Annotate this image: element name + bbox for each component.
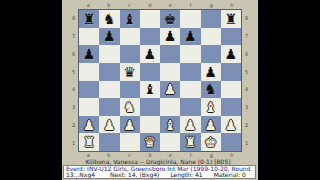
square-c8[interactable]: ♝ <box>120 10 140 28</box>
white-queen-piece: ♛ <box>144 135 157 149</box>
rank-label-3: 3 <box>242 98 251 116</box>
file-label-a: a <box>78 2 99 9</box>
rank-label-6: 6 <box>69 45 78 63</box>
square-e1[interactable] <box>160 133 180 151</box>
square-c5[interactable]: ♛ <box>120 63 140 81</box>
square-b3[interactable] <box>99 98 119 116</box>
square-d7[interactable] <box>140 28 160 46</box>
square-g2[interactable]: ♟ <box>201 116 221 134</box>
chess-board: ♜♞♝♚♜♟♟♟♟♟♟♛♟♝♟♞♞♝♟♟♟♝♟♟♟♜♛♜♚ <box>78 9 242 152</box>
square-a7[interactable] <box>79 28 99 46</box>
square-h4[interactable] <box>221 81 241 99</box>
white-pawn-piece: ♟ <box>225 118 238 132</box>
square-g1[interactable]: ♚ <box>201 133 221 151</box>
square-b7[interactable]: ♟ <box>99 28 119 46</box>
square-e8[interactable]: ♚ <box>160 10 180 28</box>
black-rook-piece: ♜ <box>225 12 238 26</box>
white-king-piece: ♚ <box>204 135 217 149</box>
square-e2[interactable]: ♝ <box>160 116 180 134</box>
square-c6[interactable] <box>120 45 140 63</box>
black-knight-piece: ♞ <box>204 82 217 96</box>
square-f7[interactable]: ♟ <box>180 28 200 46</box>
file-label-d: d <box>140 2 161 9</box>
file-label-h: h <box>222 2 243 9</box>
square-a2[interactable]: ♟ <box>79 116 99 134</box>
file-label-b: b <box>99 2 120 9</box>
square-g5[interactable]: ♟ <box>201 63 221 81</box>
square-h2[interactable]: ♟ <box>221 116 241 134</box>
square-e7[interactable]: ♟ <box>160 28 180 46</box>
black-king-piece: ♚ <box>164 12 177 26</box>
square-c7[interactable] <box>120 28 140 46</box>
square-g7[interactable] <box>201 28 221 46</box>
square-f8[interactable] <box>180 10 200 28</box>
game-info-box: Event: INV-U12 Girls, Greensboro Int Mar… <box>63 165 256 179</box>
rank-label-2: 2 <box>69 116 78 134</box>
square-c2[interactable]: ♟ <box>120 116 140 134</box>
square-a1[interactable]: ♜ <box>79 133 99 151</box>
rank-labels-right: 87654321 <box>242 9 251 152</box>
square-d4[interactable]: ♝ <box>140 81 160 99</box>
square-b6[interactable] <box>99 45 119 63</box>
black-pawn-piece: ♟ <box>164 29 177 43</box>
square-b8[interactable]: ♞ <box>99 10 119 28</box>
square-h6[interactable]: ♟ <box>221 45 241 63</box>
square-d5[interactable] <box>140 63 160 81</box>
rank-label-1: 1 <box>69 134 78 152</box>
black-bishop-piece: ♝ <box>144 82 157 96</box>
white-pawn-piece: ♟ <box>103 118 116 132</box>
square-d3[interactable] <box>140 98 160 116</box>
rank-label-3: 3 <box>69 98 78 116</box>
rank-label-5: 5 <box>69 63 78 81</box>
square-e5[interactable] <box>160 63 180 81</box>
chess-gui-panel: abcdefgh 87654321 ♜♞♝♚♜♟♟♟♟♟♟♛♟♝♟♞♞♝♟♟♟♝… <box>62 0 258 180</box>
square-a6[interactable]: ♟ <box>79 45 99 63</box>
square-e3[interactable] <box>160 98 180 116</box>
square-g3[interactable]: ♝ <box>201 98 221 116</box>
rank-label-7: 7 <box>69 27 78 45</box>
square-f5[interactable] <box>180 63 200 81</box>
square-b1[interactable] <box>99 133 119 151</box>
black-pawn-piece: ♟ <box>225 47 238 61</box>
square-a4[interactable] <box>79 81 99 99</box>
white-knight-piece: ♞ <box>123 100 136 114</box>
rank-label-7: 7 <box>242 27 251 45</box>
square-d2[interactable] <box>140 116 160 134</box>
black-bishop-piece: ♝ <box>123 12 136 26</box>
square-c3[interactable]: ♞ <box>120 98 140 116</box>
black-pawn-piece: ♟ <box>144 47 157 61</box>
square-f4[interactable] <box>180 81 200 99</box>
current-move-label: 13...Nxg4 <box>66 172 95 178</box>
game-length-label: Length: 41 <box>170 172 202 178</box>
white-pawn-piece: ♟ <box>123 118 136 132</box>
rank-label-4: 4 <box>69 81 78 99</box>
black-pawn-piece: ♟ <box>83 47 96 61</box>
black-queen-piece: ♛ <box>123 65 136 79</box>
square-f3[interactable] <box>180 98 200 116</box>
white-bishop-piece: ♝ <box>204 100 217 114</box>
rank-labels-left: 87654321 <box>69 9 78 152</box>
square-h5[interactable] <box>221 63 241 81</box>
white-pawn-piece: ♟ <box>204 118 217 132</box>
move-line: 13...Nxg4 Next: 14. (Bxg4) Length: 41 Ma… <box>66 172 253 178</box>
square-e6[interactable] <box>160 45 180 63</box>
square-h8[interactable]: ♜ <box>221 10 241 28</box>
white-pawn-piece: ♟ <box>83 118 96 132</box>
square-d6[interactable]: ♟ <box>140 45 160 63</box>
rank-label-8: 8 <box>242 9 251 27</box>
square-c1[interactable] <box>120 133 140 151</box>
white-rook-piece: ♜ <box>184 135 197 149</box>
square-g8[interactable] <box>201 10 221 28</box>
square-b2[interactable]: ♟ <box>99 116 119 134</box>
square-g6[interactable] <box>201 45 221 63</box>
square-b4[interactable] <box>99 81 119 99</box>
rank-label-5: 5 <box>242 63 251 81</box>
black-pawn-piece: ♟ <box>184 29 197 43</box>
white-pawn-piece: ♟ <box>164 82 177 96</box>
square-f1[interactable]: ♜ <box>180 133 200 151</box>
square-a3[interactable] <box>79 98 99 116</box>
file-label-f: f <box>181 2 202 9</box>
chess-board-frame: abcdefgh 87654321 ♜♞♝♚♜♟♟♟♟♟♟♛♟♝♟♞♞♝♟♟♟♝… <box>69 2 258 158</box>
black-rook-piece: ♜ <box>83 12 96 26</box>
square-h1[interactable] <box>221 133 241 151</box>
rank-label-4: 4 <box>242 81 251 99</box>
next-move-label: Next: 14. (Bxg4) <box>110 172 159 178</box>
square-b5[interactable] <box>99 63 119 81</box>
file-label-e: e <box>160 2 181 9</box>
square-c4[interactable] <box>120 81 140 99</box>
black-pawn-piece: ♟ <box>204 65 217 79</box>
square-a5[interactable] <box>79 63 99 81</box>
rank-label-6: 6 <box>242 45 251 63</box>
rank-label-1: 1 <box>242 134 251 152</box>
square-f2[interactable]: ♟ <box>180 116 200 134</box>
rank-label-8: 8 <box>69 9 78 27</box>
rank-label-2: 2 <box>242 116 251 134</box>
material-balance-label: Material: 0 <box>214 172 246 178</box>
square-d8[interactable] <box>140 10 160 28</box>
video-thumbnail-stage: abcdefgh 87654321 ♜♞♝♚♜♟♟♟♟♟♟♛♟♝♟♞♞♝♟♟♟♝… <box>0 0 320 180</box>
file-label-g: g <box>201 2 222 9</box>
file-labels-top: abcdefgh <box>78 2 242 9</box>
square-h3[interactable] <box>221 98 241 116</box>
square-a8[interactable]: ♜ <box>79 10 99 28</box>
black-pawn-piece: ♟ <box>103 29 116 43</box>
white-pawn-piece: ♟ <box>184 118 197 132</box>
black-knight-piece: ♞ <box>103 12 116 26</box>
players-caption: Kilibona, Vanessa -- Dragicinla, Nane (0… <box>63 158 253 165</box>
file-label-c: c <box>119 2 140 9</box>
square-f6[interactable] <box>180 45 200 63</box>
square-g4[interactable]: ♞ <box>201 81 221 99</box>
square-e4[interactable]: ♟ <box>160 81 180 99</box>
square-h7[interactable] <box>221 28 241 46</box>
white-rook-piece: ♜ <box>83 135 96 149</box>
white-bishop-piece: ♝ <box>164 118 177 132</box>
square-d1[interactable]: ♛ <box>140 133 160 151</box>
